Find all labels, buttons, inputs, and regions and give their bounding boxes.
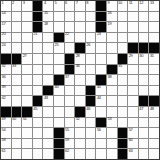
clue-number: 50 [12,117,16,122]
cell[interactable] [107,86,117,96]
black-cell [54,128,64,138]
cell[interactable]: 33 [12,65,22,75]
cell[interactable] [96,65,106,75]
cell[interactable] [139,118,149,128]
cell[interactable] [139,86,149,96]
cell[interactable]: 34 [75,65,85,75]
cell[interactable]: 24 [1,43,11,53]
cell[interactable] [75,139,85,149]
cell[interactable]: 62 [65,149,75,159]
cell[interactable]: 47 [139,107,149,117]
clue-number: 27 [23,54,27,59]
clue-number: 45 [33,107,37,112]
cell[interactable] [54,96,64,106]
cell[interactable] [12,22,22,32]
black-cell [54,149,64,159]
cell[interactable] [75,96,85,106]
cell[interactable] [149,75,159,85]
cell[interactable] [128,118,138,128]
clue-number: 5 [55,1,57,6]
cell[interactable] [86,75,96,85]
cell[interactable]: 39 [1,86,11,96]
cell[interactable]: 30 [139,54,149,64]
black-cell [54,33,64,43]
cell[interactable] [12,128,22,138]
clue-number: 51 [23,117,27,122]
black-cell [43,86,53,96]
black-cell [149,96,159,106]
cell[interactable] [43,33,53,43]
clue-number: 18 [44,22,48,27]
clue-number: 1 [2,1,4,6]
cell[interactable] [96,139,106,149]
black-cell [33,96,43,106]
clue-number: 17 [2,22,6,27]
cell[interactable]: 44 [96,96,106,106]
cell[interactable]: 20 [1,33,11,43]
cell[interactable]: 6 [65,1,75,11]
cell[interactable]: 25 [54,43,64,53]
cell[interactable] [22,65,32,75]
cell[interactable] [12,33,22,43]
cell[interactable]: 63 [128,149,138,159]
cell[interactable]: 16 [107,12,117,22]
cell[interactable] [107,149,117,159]
cell[interactable] [139,75,149,85]
cell[interactable] [43,139,53,149]
cell[interactable] [54,107,64,117]
cell[interactable]: 52 [75,118,85,128]
cell[interactable] [12,139,22,149]
black-cell [33,1,43,11]
clue-number: 6 [65,1,67,6]
clue-number: 28 [76,54,80,59]
black-cell [139,43,149,53]
cell[interactable]: 59 [65,139,75,149]
clue-number: 22 [65,32,69,37]
cell[interactable]: 26 [86,43,96,53]
cell[interactable] [128,33,138,43]
cell[interactable] [65,118,75,128]
cell[interactable] [128,96,138,106]
clue-number: 56 [97,128,101,133]
cell[interactable] [65,12,75,22]
clue-number: 7 [76,1,78,6]
cell[interactable] [118,96,128,106]
cell[interactable] [149,149,159,159]
black-cell [54,139,64,149]
cell[interactable]: 38 [107,75,117,85]
clue-number: 29 [129,54,133,59]
cell[interactable] [22,96,32,106]
cell[interactable] [33,128,43,138]
cell[interactable] [43,149,53,159]
cell[interactable] [22,43,32,53]
cell[interactable]: 29 [128,54,138,64]
cell[interactable] [118,33,128,43]
cell[interactable] [107,33,117,43]
cell[interactable]: 51 [22,118,32,128]
cell[interactable] [22,149,32,159]
cell[interactable]: 11 [128,1,138,11]
black-cell [139,96,149,106]
cell[interactable] [86,54,96,64]
cell[interactable]: 27 [22,54,32,64]
cell[interactable] [86,128,96,138]
cell[interactable] [118,118,128,128]
clue-number: 33 [12,64,16,69]
clue-number: 61 [2,149,6,154]
cell[interactable] [118,107,128,117]
cell[interactable] [118,22,128,32]
cell[interactable]: 3 [22,1,32,11]
cell[interactable] [107,43,117,53]
cell[interactable] [149,65,159,75]
cell[interactable] [149,128,159,138]
cell[interactable]: 2 [12,1,22,11]
cell[interactable] [33,54,43,64]
cell[interactable] [149,86,159,96]
cell[interactable] [128,12,138,22]
clue-number: 55 [65,128,69,133]
black-cell [96,118,106,128]
cell[interactable] [54,65,64,75]
black-cell [86,96,96,106]
cell[interactable]: 48 [149,107,159,117]
clue-number: 12 [139,1,143,6]
cell[interactable]: 56 [96,128,106,138]
cell[interactable] [12,75,22,85]
cell[interactable] [107,128,117,138]
cell[interactable] [107,96,117,106]
cell[interactable] [118,43,128,53]
cell[interactable] [139,65,149,75]
cell[interactable] [65,43,75,53]
cell[interactable] [128,75,138,85]
clue-number: 62 [65,149,69,154]
cell[interactable] [54,54,64,64]
cell[interactable] [96,107,106,117]
clue-number: 3 [23,1,25,6]
clue-number: 42 [2,96,6,101]
black-cell [65,65,75,75]
clue-number: 40 [55,85,59,90]
cell[interactable] [96,43,106,53]
cell[interactable] [12,149,22,159]
crossword-grid: 1234567891011121314151617181920212223242… [0,0,160,160]
clue-number: 53 [108,117,112,122]
cell[interactable]: 10 [118,1,128,11]
cell[interactable] [65,86,75,96]
clue-number: 25 [55,43,59,48]
clue-number: 2 [12,1,14,6]
clue-number: 9 [108,1,110,6]
cell[interactable] [96,54,106,64]
cell[interactable]: 14 [1,12,11,22]
cell[interactable] [43,75,53,85]
cell[interactable] [149,118,159,128]
cell[interactable] [33,118,43,128]
cell[interactable] [54,22,64,32]
cell[interactable] [149,33,159,43]
clue-number: 57 [129,128,133,133]
cell[interactable] [86,12,96,22]
clue-number: 14 [2,11,6,16]
clue-number: 20 [2,32,6,37]
black-cell [128,43,138,53]
black-cell [107,65,117,75]
cell[interactable] [22,33,32,43]
cell[interactable]: 21 [33,33,43,43]
cell[interactable] [86,33,96,43]
cell[interactable] [86,65,96,75]
cell[interactable] [33,149,43,159]
clue-number: 24 [2,43,6,48]
clue-number: 4 [44,1,46,6]
cell[interactable] [118,75,128,85]
clue-number: 13 [150,1,154,6]
cell[interactable]: 61 [1,149,11,159]
cell[interactable] [43,65,53,75]
black-cell [118,149,128,159]
clue-number: 54 [2,128,6,133]
cell[interactable]: 43 [43,96,53,106]
cell[interactable] [12,96,22,106]
cell[interactable] [75,22,85,32]
clue-number: 60 [129,138,133,143]
clue-number: 39 [2,85,6,90]
cell[interactable] [33,75,43,85]
cell[interactable]: 22 [65,33,75,43]
cell[interactable] [33,139,43,149]
cell[interactable] [107,54,117,64]
clue-number: 41 [97,85,101,90]
black-cell [96,12,106,22]
cell[interactable] [86,22,96,32]
clue-number: 23 [97,32,101,37]
cell[interactable]: 58 [1,139,11,149]
cell[interactable] [128,22,138,32]
clue-number: 63 [129,149,133,154]
cell[interactable] [22,86,32,96]
cell[interactable] [22,128,32,138]
black-cell [33,12,43,22]
clue-number: 31 [150,54,154,59]
cell[interactable] [139,12,149,22]
cell[interactable] [149,22,159,32]
clue-number: 34 [76,64,80,69]
cell[interactable] [139,128,149,138]
clue-number: 58 [2,138,6,143]
clue-number: 8 [86,1,88,6]
black-cell [96,1,106,11]
cell[interactable]: 35 [118,65,128,75]
cell[interactable] [65,96,75,106]
clue-number: 35 [118,64,122,69]
cell[interactable] [43,118,53,128]
cell[interactable] [75,75,85,85]
cell[interactable] [118,86,128,96]
cell[interactable]: 12 [139,1,149,11]
cell[interactable] [139,149,149,159]
cell[interactable] [75,128,85,138]
cell[interactable] [33,65,43,75]
cell[interactable] [139,139,149,149]
clue-number: 47 [139,107,143,112]
black-cell [118,139,128,149]
cell[interactable] [118,12,128,22]
clue-number: 36 [2,75,6,80]
cell[interactable] [43,43,53,53]
clue-number: 37 [65,75,69,80]
cell[interactable]: 42 [1,96,11,106]
cell[interactable] [12,43,22,53]
cell[interactable] [139,33,149,43]
cell[interactable] [107,139,117,149]
clue-number: 21 [33,32,37,37]
cell[interactable] [86,139,96,149]
cell[interactable]: 18 [43,22,53,32]
cell[interactable]: 31 [149,54,159,64]
clue-number: 46 [86,107,90,112]
black-cell [65,54,75,64]
cell[interactable]: 53 [107,118,117,128]
clue-number: 32 [2,64,6,69]
clue-number: 52 [76,117,80,122]
cell[interactable] [43,128,53,138]
cell[interactable] [75,33,85,43]
cell[interactable] [33,86,43,96]
cell[interactable] [54,118,64,128]
cell[interactable] [33,43,43,53]
cell[interactable] [128,86,138,96]
black-cell [118,128,128,138]
cell[interactable]: 13 [149,1,159,11]
cell[interactable] [75,86,85,96]
cell[interactable]: 37 [65,75,75,85]
cell[interactable] [149,12,159,22]
cell[interactable] [128,107,138,117]
clue-number: 15 [44,11,48,16]
clue-number: 44 [97,96,101,101]
cell[interactable] [128,65,138,75]
cell[interactable]: 46 [86,107,96,117]
cell[interactable]: 45 [33,107,43,117]
cell[interactable] [12,86,22,96]
cell[interactable]: 41 [96,86,106,96]
clue-number: 30 [139,54,143,59]
clue-number: 19 [108,22,112,27]
cell[interactable] [43,54,53,64]
cell[interactable]: 7 [75,1,85,11]
cell[interactable]: 5 [54,1,64,11]
cell[interactable]: 50 [12,118,22,128]
clue-number: 48 [150,107,154,112]
clue-number: 11 [129,1,133,6]
cell[interactable] [54,12,64,22]
clue-number: 38 [108,75,112,80]
cell[interactable]: 8 [86,1,96,11]
clue-number: 43 [44,96,48,101]
clue-number: 59 [65,138,69,143]
clue-number: 26 [86,43,90,48]
clue-number: 10 [118,1,122,6]
cell[interactable]: 15 [43,12,53,22]
cell[interactable] [149,139,159,149]
clue-number: 49 [2,117,6,122]
cell[interactable]: 19 [107,22,117,32]
cell[interactable]: 23 [96,33,106,43]
cell[interactable] [139,22,149,32]
cell[interactable]: 32 [1,65,11,75]
black-cell [149,43,159,53]
cell[interactable] [65,107,75,117]
cell[interactable] [22,75,32,85]
cell[interactable] [22,22,32,32]
clue-number: 16 [108,11,112,16]
cell[interactable] [86,118,96,128]
cell[interactable] [75,149,85,159]
cell[interactable] [96,149,106,159]
cell[interactable] [12,12,22,22]
cell[interactable]: 60 [128,139,138,149]
cell[interactable] [43,107,53,117]
black-cell [75,43,85,53]
cell[interactable] [22,139,32,149]
black-cell [86,86,96,96]
cell[interactable]: 49 [1,118,11,128]
cell[interactable]: 40 [54,86,64,96]
cell[interactable] [75,12,85,22]
cell[interactable] [86,149,96,159]
cell[interactable] [22,12,32,22]
